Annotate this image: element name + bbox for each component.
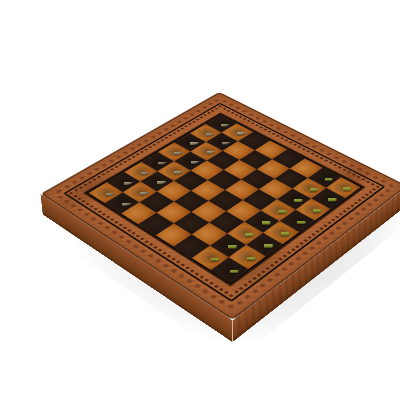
product-photo-stage: ♜♞♝♛♚♝♞♜♟♟♟♟♟♟♟♟♟♟♟♟♟♟♟♟♜♞♝♛♚♝♞♜ xyxy=(0,0,400,400)
piece-figure: ♜ xyxy=(197,217,263,272)
scene: ♜♞♝♛♚♝♞♜♟♟♟♟♟♟♟♟♟♟♟♟♟♟♟♟♜♞♝♛♚♝♞♜ xyxy=(0,0,400,400)
piece-figure: ♟ xyxy=(92,167,153,206)
chessboard: ♜♞♝♛♚♝♞♜♟♟♟♟♟♟♟♟♟♟♟♟♟♟♟♟♜♞♝♛♚♝♞♜ xyxy=(40,92,400,320)
piece-glyph-pawn: ♟ xyxy=(106,167,139,201)
board-case-top: ♜♞♝♛♚♝♞♜♟♟♟♟♟♟♟♟♟♟♟♟♟♟♟♟♜♞♝♛♚♝♞♜ xyxy=(40,92,400,320)
piece-glyph-rook: ♜ xyxy=(207,217,252,264)
